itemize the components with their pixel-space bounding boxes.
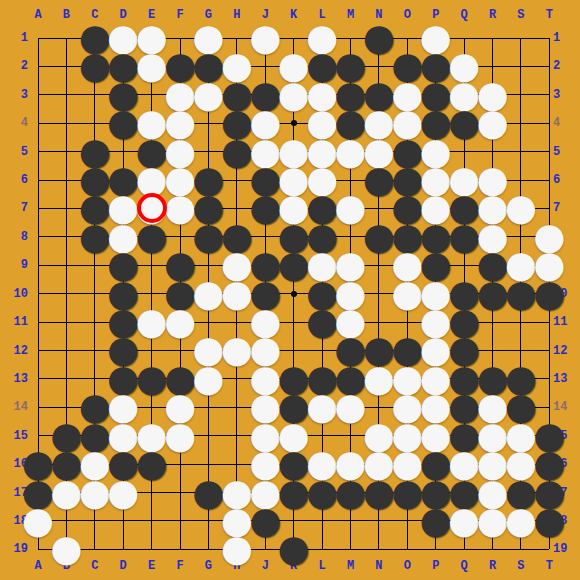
column-label-top: K	[282, 8, 306, 22]
row-label-right: 11	[553, 315, 577, 329]
column-label-bottom: F	[168, 559, 192, 573]
column-label-bottom: E	[140, 559, 164, 573]
white-stone-A18[interactable]: ●	[24, 507, 52, 535]
column-label-bottom: P	[424, 559, 448, 573]
black-stone-L17[interactable]: ●	[308, 478, 336, 506]
white-stone-C17[interactable]: ●	[81, 478, 109, 506]
white-stone-F11[interactable]: ●	[166, 308, 194, 336]
white-stone-O10[interactable]: ●	[393, 279, 421, 307]
column-label-top: B	[54, 8, 78, 22]
row-label-left: 13	[4, 372, 28, 386]
column-label-bottom: O	[395, 559, 419, 573]
column-label-bottom: D	[111, 559, 135, 573]
black-stone-M17[interactable]: ●	[336, 478, 364, 506]
row-label-left: 9	[4, 258, 28, 272]
white-stone-Q18[interactable]: ●	[450, 507, 478, 535]
black-stone-D4[interactable]: ●	[109, 109, 137, 137]
column-label-bottom: G	[196, 559, 220, 573]
white-stone-D17[interactable]: ●	[109, 478, 137, 506]
row-label-left: 14	[4, 400, 28, 414]
go-board[interactable]: AABBCCDDEEFFGGHHJJKKLLMMNNOOPPQQRRSSTT11…	[0, 0, 580, 580]
black-stone-C8[interactable]: ●	[81, 223, 109, 251]
column-label-bottom: M	[339, 559, 363, 573]
white-stone-M14[interactable]: ●	[336, 393, 364, 421]
hoshi-point	[291, 291, 297, 297]
white-stone-F7[interactable]: ●	[166, 194, 194, 222]
white-stone-N13[interactable]: ●	[365, 365, 393, 393]
black-stone-N6[interactable]: ●	[365, 166, 393, 194]
row-label-left: 11	[4, 315, 28, 329]
black-stone-K17[interactable]: ●	[279, 478, 307, 506]
black-stone-J18[interactable]: ●	[251, 507, 279, 535]
column-label-top: S	[509, 8, 533, 22]
row-label-left: 15	[4, 429, 28, 443]
black-stone-H5[interactable]: ●	[223, 137, 251, 165]
white-stone-L14[interactable]: ●	[308, 393, 336, 421]
black-stone-E16[interactable]: ●	[137, 450, 165, 478]
black-stone-C2[interactable]: ●	[81, 52, 109, 80]
row-label-right: 3	[553, 88, 577, 102]
row-label-right: 7	[553, 201, 577, 215]
hoshi-point	[291, 120, 297, 126]
row-label-right: 5	[553, 145, 577, 159]
black-stone-G8[interactable]: ●	[194, 223, 222, 251]
column-label-top: H	[225, 8, 249, 22]
column-label-bottom: L	[310, 559, 334, 573]
white-stone-H12[interactable]: ●	[223, 336, 251, 364]
column-label-bottom: R	[481, 559, 505, 573]
white-stone-R18[interactable]: ●	[478, 507, 506, 535]
row-label-left: 6	[4, 173, 28, 187]
black-stone-N17[interactable]: ●	[365, 478, 393, 506]
white-stone-G13[interactable]: ●	[194, 365, 222, 393]
row-label-right: 13	[553, 372, 577, 386]
white-stone-K3[interactable]: ●	[279, 81, 307, 109]
column-label-top: T	[537, 8, 561, 22]
white-stone-H10[interactable]: ●	[223, 279, 251, 307]
white-stone-R4[interactable]: ●	[478, 109, 506, 137]
black-stone-O17[interactable]: ●	[393, 478, 421, 506]
column-label-bottom: N	[367, 559, 391, 573]
row-label-left: 1	[4, 31, 28, 45]
black-stone-N8[interactable]: ●	[365, 223, 393, 251]
black-stone-Q8[interactable]: ●	[450, 223, 478, 251]
black-stone-S10[interactable]: ●	[507, 279, 535, 307]
black-stone-G17[interactable]: ●	[194, 478, 222, 506]
column-label-top: M	[339, 8, 363, 22]
column-label-bottom: J	[253, 559, 277, 573]
row-label-left: 8	[4, 230, 28, 244]
row-label-left: 3	[4, 88, 28, 102]
black-stone-K9[interactable]: ●	[279, 251, 307, 279]
column-label-bottom: Q	[452, 559, 476, 573]
black-stone-Q4[interactable]: ●	[450, 109, 478, 137]
white-stone-S18[interactable]: ●	[507, 507, 535, 535]
white-stone-H19[interactable]: ●	[223, 535, 251, 563]
black-stone-K19[interactable]: ●	[279, 535, 307, 563]
column-label-top: A	[26, 8, 50, 22]
row-label-right: 4	[553, 116, 577, 130]
row-label-left: 12	[4, 344, 28, 358]
black-stone-J7[interactable]: ●	[251, 194, 279, 222]
column-label-bottom: C	[83, 559, 107, 573]
column-label-bottom: A	[26, 559, 50, 573]
row-label-right: 1	[553, 31, 577, 45]
row-label-right: 2	[553, 59, 577, 73]
white-stone-E2[interactable]: ●	[137, 52, 165, 80]
white-stone-E11[interactable]: ●	[137, 308, 165, 336]
white-stone-F15[interactable]: ●	[166, 422, 194, 450]
column-label-bottom: S	[509, 559, 533, 573]
white-stone-M5[interactable]: ●	[336, 137, 364, 165]
white-stone-B17[interactable]: ●	[52, 478, 80, 506]
row-label-left: 2	[4, 59, 28, 73]
row-label-left: 10	[4, 287, 28, 301]
row-label-right: 12	[553, 344, 577, 358]
white-stone-J1[interactable]: ●	[251, 24, 279, 52]
black-stone-E8[interactable]: ●	[137, 223, 165, 251]
column-label-top: Q	[452, 8, 476, 22]
black-stone-R10[interactable]: ●	[478, 279, 506, 307]
column-label-top: F	[168, 8, 192, 22]
last-move-marker	[137, 193, 167, 223]
row-label-left: 5	[4, 145, 28, 159]
white-stone-M7[interactable]: ●	[336, 194, 364, 222]
black-stone-L11[interactable]: ●	[308, 308, 336, 336]
white-stone-G10[interactable]: ●	[194, 279, 222, 307]
white-stone-B19[interactable]: ●	[52, 535, 80, 563]
row-label-left: 19	[4, 542, 28, 556]
row-label-right: 19	[553, 542, 577, 556]
black-stone-E13[interactable]: ●	[137, 365, 165, 393]
row-label-left: 7	[4, 201, 28, 215]
black-stone-T18[interactable]: ●	[535, 507, 563, 535]
black-stone-P18[interactable]: ●	[422, 507, 450, 535]
white-stone-G3[interactable]: ●	[194, 81, 222, 109]
black-stone-N1[interactable]: ●	[365, 24, 393, 52]
column-label-top: R	[481, 8, 505, 22]
row-label-left: 4	[4, 116, 28, 130]
white-stone-S7[interactable]: ●	[507, 194, 535, 222]
black-stone-T10[interactable]: ●	[535, 279, 563, 307]
row-label-right: 14	[553, 400, 577, 414]
column-label-bottom: T	[537, 559, 561, 573]
column-label-top: O	[395, 8, 419, 22]
row-label-right: 6	[553, 173, 577, 187]
